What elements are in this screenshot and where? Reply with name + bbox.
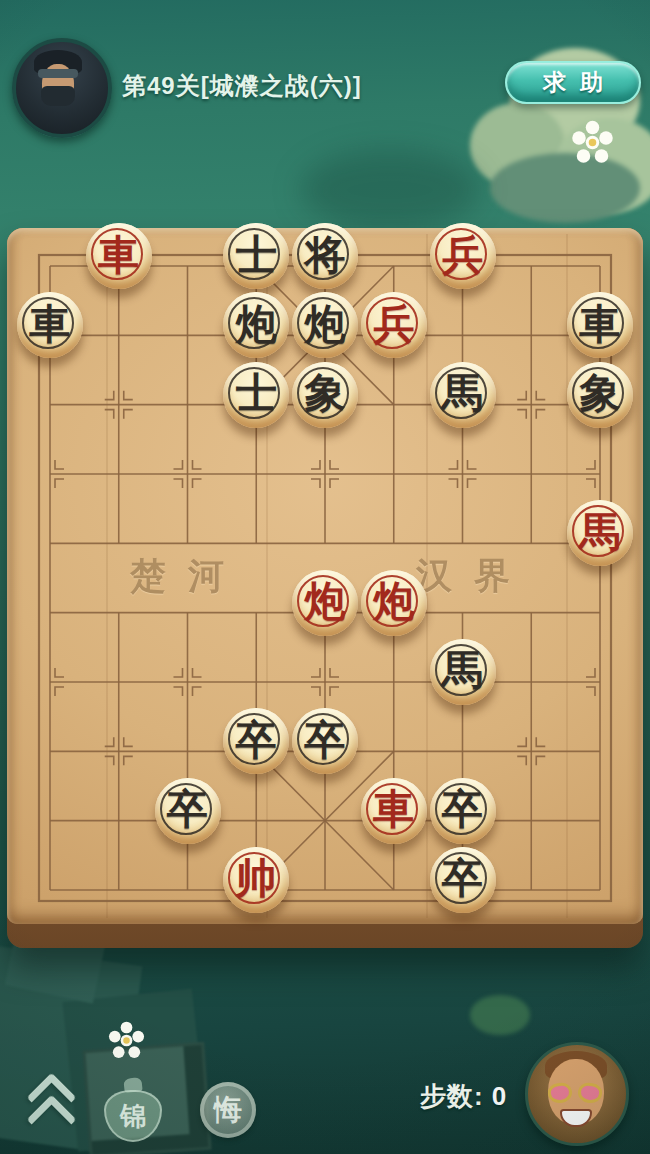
bag-label: 锦 [120,1099,146,1134]
collapse-chevron-button[interactable] [22,1078,74,1136]
piece-character: 馬 [580,505,621,560]
steps-value: 0 [492,1081,507,1111]
piece-character: 炮 [305,297,346,352]
piece-character: 馬 [442,643,483,698]
piece-black-cannon[interactable]: 炮 [292,292,358,358]
undo-label: 悔 [214,1091,242,1129]
piece-black-chariot[interactable]: 車 [567,292,633,358]
player-avatar [12,38,112,138]
xiangqi-board: 楚河 汉界 車士将兵車炮炮兵車士象馬象馬炮炮馬卒卒卒車卒帅卒 [7,228,643,948]
piece-character: 卒 [442,851,483,906]
flower-bottom [121,1035,133,1047]
piece-red-soldier[interactable]: 兵 [361,292,427,358]
piece-character: 兵 [373,297,414,352]
avatar-mask [41,86,75,106]
piece-character: 炮 [236,297,277,352]
piece-black-horse[interactable]: 馬 [430,362,496,428]
piece-black-elephant[interactable]: 象 [292,362,358,428]
piece-red-cannon[interactable]: 炮 [292,570,358,636]
piece-character: 車 [98,228,139,283]
avatar-mouth [560,1109,592,1127]
piece-character: 卒 [236,713,277,768]
piece-character: 象 [580,366,621,421]
piece-character: 士 [236,228,277,283]
piece-character: 卒 [167,782,208,837]
piece-character: 士 [236,366,277,421]
piece-black-advisor[interactable]: 士 [223,223,289,289]
piece-black-chariot[interactable]: 車 [17,292,83,358]
piece-black-soldier[interactable]: 卒 [430,778,496,844]
piece-character: 炮 [305,574,346,629]
piece-black-soldier[interactable]: 卒 [292,708,358,774]
piece-character: 車 [30,297,71,352]
piece-black-horse[interactable]: 馬 [430,639,496,705]
piece-character: 卒 [305,713,346,768]
piece-red-chariot[interactable]: 車 [86,223,152,289]
help-button[interactable]: 求助 [505,61,641,104]
piece-character: 将 [305,228,346,283]
piece-black-general[interactable]: 将 [292,223,358,289]
piece-character: 兵 [442,228,483,283]
piece-character: 帅 [236,851,277,906]
piece-black-elephant[interactable]: 象 [567,362,633,428]
piece-black-advisor[interactable]: 士 [223,362,289,428]
flower-top [586,136,600,150]
undo-button[interactable]: 悔 [200,1082,256,1138]
piece-character: 馬 [442,366,483,421]
piece-red-soldier[interactable]: 兵 [430,223,496,289]
piece-red-chariot[interactable]: 車 [361,778,427,844]
steps-label: 步数: [420,1081,484,1111]
steps-counter: 步数:0 [420,1079,507,1114]
piece-character: 車 [580,297,621,352]
shadow-blob [300,150,480,230]
piece-black-soldier[interactable]: 卒 [430,847,496,913]
opponent-avatar [525,1042,629,1146]
plant-blob [470,995,530,1035]
board-surface: 楚河 汉界 車士将兵車炮炮兵車士象馬象馬炮炮馬卒卒卒車卒帅卒 [7,228,643,924]
hint-bag-button[interactable]: 锦 [102,1076,164,1142]
river-label-left: 楚河 [97,552,257,601]
piece-character: 象 [305,366,346,421]
piece-character: 車 [373,782,414,837]
help-button-label: 求助 [529,67,617,98]
game-screen: 第49关[城濮之战(六)] 求助 楚河 汉界 車士将兵車炮炮兵車士象馬象馬炮炮馬… [0,0,650,1154]
piece-red-general[interactable]: 帅 [223,847,289,913]
avatar-headband [38,69,78,78]
piece-character: 炮 [373,574,414,629]
level-title: 第49关[城濮之战(六)] [122,70,362,102]
piece-red-horse[interactable]: 馬 [567,500,633,566]
piece-character: 卒 [442,782,483,837]
piece-red-cannon[interactable]: 炮 [361,570,427,636]
piece-black-soldier[interactable]: 卒 [155,778,221,844]
